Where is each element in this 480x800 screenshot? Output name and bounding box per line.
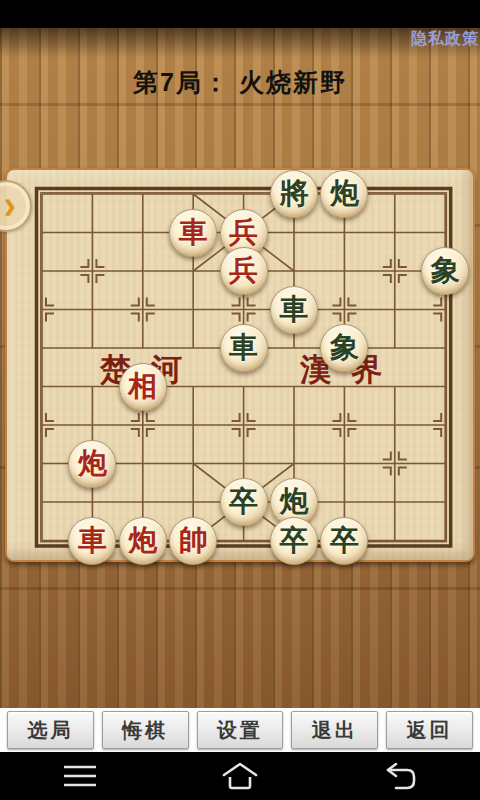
piece-glyph: 卒 bbox=[280, 521, 309, 561]
piece-glyph: 帥 bbox=[179, 521, 208, 561]
piece-glyph: 相 bbox=[128, 367, 157, 407]
piece-glyph: 兵 bbox=[229, 251, 258, 291]
piece-red-cannon[interactable]: 炮 bbox=[119, 517, 167, 565]
select-game-button[interactable]: 选局 bbox=[7, 711, 94, 749]
undo-move-button[interactable]: 悔棋 bbox=[102, 711, 189, 749]
piece-glyph: 將 bbox=[280, 174, 309, 214]
piece-glyph: 象 bbox=[431, 251, 460, 291]
home-icon bbox=[221, 761, 259, 791]
piece-red-pawn[interactable]: 兵 bbox=[220, 247, 268, 295]
piece-red-chariot[interactable]: 車 bbox=[68, 517, 116, 565]
piece-glyph: 車 bbox=[78, 521, 107, 561]
back-button-nav[interactable] bbox=[320, 752, 480, 800]
menu-button[interactable] bbox=[0, 752, 160, 800]
home-button[interactable] bbox=[160, 752, 320, 800]
piece-black-elephant[interactable]: 象 bbox=[421, 247, 469, 295]
piece-red-chariot[interactable]: 車 bbox=[169, 209, 217, 257]
piece-black-pawn[interactable]: 卒 bbox=[220, 478, 268, 526]
page-title: 第7局： 火烧新野 bbox=[0, 66, 480, 99]
piece-red-cannon[interactable]: 炮 bbox=[68, 440, 116, 488]
piece-glyph: 車 bbox=[280, 290, 309, 330]
piece-glyph: 車 bbox=[229, 328, 258, 368]
piece-black-chariot[interactable]: 車 bbox=[220, 324, 268, 372]
piece-glyph: 卒 bbox=[229, 482, 258, 522]
piece-glyph: 炮 bbox=[128, 521, 157, 561]
status-bar bbox=[0, 0, 480, 28]
piece-glyph: 炮 bbox=[330, 174, 359, 214]
android-nav-bar bbox=[0, 752, 480, 800]
piece-black-pawn[interactable]: 卒 bbox=[270, 517, 318, 565]
piece-black-chariot[interactable]: 車 bbox=[270, 286, 318, 334]
settings-button[interactable]: 设置 bbox=[197, 711, 284, 749]
piece-red-general[interactable]: 帥 bbox=[169, 517, 217, 565]
piece-black-pawn[interactable]: 卒 bbox=[320, 517, 368, 565]
toolbar: 选局 悔棋 设置 退出 返回 bbox=[0, 708, 480, 752]
piece-glyph: 炮 bbox=[78, 444, 107, 484]
back-button[interactable]: 返回 bbox=[386, 711, 473, 749]
privacy-policy-link[interactable]: 隐私政策 bbox=[411, 29, 479, 50]
back-icon bbox=[382, 761, 418, 791]
piece-black-general[interactable]: 將 bbox=[270, 170, 318, 218]
piece-glyph: 象 bbox=[330, 328, 359, 368]
piece-glyph: 卒 bbox=[330, 521, 359, 561]
exit-button[interactable]: 退出 bbox=[291, 711, 378, 749]
app-screen: 隐私政策 第7局： 火烧新野 楚河 漢界 將炮車兵兵象車車象相炮卒炮車炮帥卒卒 … bbox=[0, 0, 480, 800]
chevron-right-icon: ❯ bbox=[3, 197, 16, 215]
piece-glyph: 車 bbox=[179, 213, 208, 253]
piece-red-elephant[interactable]: 相 bbox=[119, 363, 167, 411]
xiangqi-board[interactable]: 楚河 漢界 將炮車兵兵象車車象相炮卒炮車炮帥卒卒 bbox=[5, 168, 475, 562]
menu-icon bbox=[62, 762, 98, 790]
